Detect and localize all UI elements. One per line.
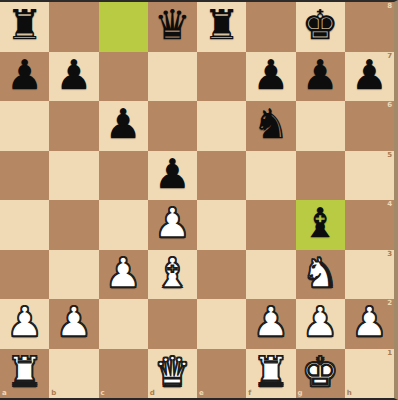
square-b5[interactable] <box>49 151 98 201</box>
square-f3[interactable] <box>246 250 295 300</box>
square-b6[interactable] <box>49 101 98 151</box>
square-e7[interactable] <box>197 52 246 102</box>
piece-black-pawn[interactable]: ♟ <box>55 55 92 96</box>
square-b2[interactable]: ♟ <box>49 299 98 349</box>
square-c1[interactable]: c <box>99 349 148 399</box>
square-h7[interactable]: ♟7 <box>345 52 394 102</box>
square-h1[interactable]: h1 <box>345 349 394 399</box>
square-e3[interactable] <box>197 250 246 300</box>
square-b7[interactable]: ♟ <box>49 52 98 102</box>
piece-black-queen[interactable]: ♛ <box>154 5 191 46</box>
square-f4[interactable] <box>246 200 295 250</box>
rank-label-2: 2 <box>387 300 392 307</box>
square-h5[interactable]: 5 <box>345 151 394 201</box>
square-h2[interactable]: ♟2 <box>345 299 394 349</box>
square-c4[interactable] <box>99 200 148 250</box>
piece-black-king[interactable]: ♚ <box>302 5 339 46</box>
file-label-h: h <box>347 390 352 397</box>
square-g5[interactable] <box>296 151 345 201</box>
rank-label-8: 8 <box>387 3 392 10</box>
square-c7[interactable] <box>99 52 148 102</box>
file-label-b: b <box>51 390 56 397</box>
rank-label-7: 7 <box>387 53 392 60</box>
piece-white-king[interactable]: ♚ <box>302 352 339 393</box>
square-a8[interactable]: ♜ <box>0 2 49 52</box>
rank-label-3: 3 <box>387 251 392 258</box>
square-c6[interactable]: ♟ <box>99 101 148 151</box>
square-a7[interactable]: ♟ <box>0 52 49 102</box>
square-g3[interactable]: ♞ <box>296 250 345 300</box>
piece-white-rook[interactable]: ♜ <box>252 352 289 393</box>
square-f7[interactable]: ♟ <box>246 52 295 102</box>
piece-black-pawn[interactable]: ♟ <box>6 55 43 96</box>
square-f6[interactable]: ♞ <box>246 101 295 151</box>
piece-black-pawn[interactable]: ♟ <box>302 55 339 96</box>
square-e2[interactable] <box>197 299 246 349</box>
piece-black-knight[interactable]: ♞ <box>252 104 289 145</box>
piece-white-pawn[interactable]: ♟ <box>55 302 92 343</box>
piece-white-pawn[interactable]: ♟ <box>351 302 388 343</box>
piece-white-bishop[interactable]: ♝ <box>154 253 191 294</box>
square-d1[interactable]: ♛d <box>148 349 197 399</box>
square-c5[interactable] <box>99 151 148 201</box>
square-g4[interactable]: ♝ <box>296 200 345 250</box>
square-h8[interactable]: 8 <box>345 2 394 52</box>
piece-white-pawn[interactable]: ♟ <box>6 302 43 343</box>
square-e6[interactable] <box>197 101 246 151</box>
file-label-c: c <box>101 390 105 397</box>
square-c2[interactable] <box>99 299 148 349</box>
square-b1[interactable]: b <box>49 349 98 399</box>
rank-label-4: 4 <box>387 201 392 208</box>
square-b3[interactable] <box>49 250 98 300</box>
piece-black-pawn[interactable]: ♟ <box>154 154 191 195</box>
piece-black-rook[interactable]: ♜ <box>203 5 240 46</box>
square-a1[interactable]: ♜a <box>0 349 49 399</box>
piece-white-pawn[interactable]: ♟ <box>302 302 339 343</box>
square-d3[interactable]: ♝ <box>148 250 197 300</box>
piece-white-pawn[interactable]: ♟ <box>154 203 191 244</box>
square-c3[interactable]: ♟ <box>99 250 148 300</box>
square-g7[interactable]: ♟ <box>296 52 345 102</box>
square-d8[interactable]: ♛ <box>148 2 197 52</box>
piece-white-pawn[interactable]: ♟ <box>105 253 142 294</box>
square-d6[interactable] <box>148 101 197 151</box>
rank-label-6: 6 <box>387 102 392 109</box>
square-g1[interactable]: ♚g <box>296 349 345 399</box>
square-g8[interactable]: ♚ <box>296 2 345 52</box>
piece-black-bishop[interactable]: ♝ <box>302 203 339 244</box>
piece-black-pawn[interactable]: ♟ <box>351 55 388 96</box>
square-h6[interactable]: 6 <box>345 101 394 151</box>
chess-board: ♜♛♜♚8♟♟♟♟♟7♟♞6♟5♟♝4♟♝♞3♟♟♟♟♟2♜abc♛de♜f♚g… <box>0 2 394 398</box>
piece-white-knight[interactable]: ♞ <box>302 253 339 294</box>
piece-black-pawn[interactable]: ♟ <box>105 104 142 145</box>
square-d2[interactable] <box>148 299 197 349</box>
rank-label-5: 5 <box>387 152 392 159</box>
square-g2[interactable]: ♟ <box>296 299 345 349</box>
square-d7[interactable] <box>148 52 197 102</box>
square-c8[interactable] <box>99 2 148 52</box>
square-f1[interactable]: ♜f <box>246 349 295 399</box>
square-a6[interactable] <box>0 101 49 151</box>
square-a2[interactable]: ♟ <box>0 299 49 349</box>
file-label-e: e <box>199 390 204 397</box>
square-b8[interactable] <box>49 2 98 52</box>
square-e4[interactable] <box>197 200 246 250</box>
board-frame: ♜♛♜♚8♟♟♟♟♟7♟♞6♟5♟♝4♟♝♞3♟♟♟♟♟2♜abc♛de♜f♚g… <box>0 0 398 400</box>
square-f2[interactable]: ♟ <box>246 299 295 349</box>
piece-white-queen[interactable]: ♛ <box>154 352 191 393</box>
square-d4[interactable]: ♟ <box>148 200 197 250</box>
square-a3[interactable] <box>0 250 49 300</box>
square-b4[interactable] <box>49 200 98 250</box>
square-f8[interactable] <box>246 2 295 52</box>
rank-label-1: 1 <box>387 350 392 357</box>
square-h3[interactable]: 3 <box>345 250 394 300</box>
square-e5[interactable] <box>197 151 246 201</box>
piece-white-pawn[interactable]: ♟ <box>252 302 289 343</box>
square-a4[interactable] <box>0 200 49 250</box>
square-e1[interactable]: e <box>197 349 246 399</box>
square-d5[interactable]: ♟ <box>148 151 197 201</box>
piece-white-rook[interactable]: ♜ <box>6 352 43 393</box>
square-f5[interactable] <box>246 151 295 201</box>
square-a5[interactable] <box>0 151 49 201</box>
square-h4[interactable]: 4 <box>345 200 394 250</box>
piece-black-rook[interactable]: ♜ <box>6 5 43 46</box>
square-e8[interactable]: ♜ <box>197 2 246 52</box>
piece-black-pawn[interactable]: ♟ <box>252 55 289 96</box>
square-g6[interactable] <box>296 101 345 151</box>
file-label-f: f <box>248 390 251 397</box>
